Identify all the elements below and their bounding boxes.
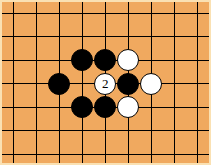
board-point[interactable] <box>48 25 71 49</box>
stone-black[interactable] <box>117 73 139 95</box>
board-point[interactable] <box>186 72 209 96</box>
board-point[interactable] <box>2 2 25 25</box>
board-point[interactable] <box>25 2 48 25</box>
board-point[interactable] <box>71 2 94 25</box>
board-point[interactable] <box>25 119 48 143</box>
stone-black[interactable] <box>71 49 93 71</box>
board-point[interactable] <box>186 119 209 143</box>
board-point[interactable] <box>186 95 209 119</box>
board-point[interactable] <box>186 142 209 163</box>
stone-white-numbered[interactable]: 2 <box>94 73 116 95</box>
board-point[interactable] <box>71 142 94 163</box>
board-point[interactable] <box>48 119 71 143</box>
stone-white[interactable] <box>140 73 162 95</box>
board-point[interactable] <box>140 119 163 143</box>
stone-black[interactable] <box>94 96 116 118</box>
board-point[interactable] <box>163 119 186 143</box>
board-point[interactable] <box>2 25 25 49</box>
board-point[interactable] <box>163 72 186 96</box>
board-point[interactable] <box>140 2 163 25</box>
stone-white[interactable] <box>117 49 139 71</box>
board-point[interactable] <box>117 95 140 119</box>
board-point[interactable] <box>140 95 163 119</box>
board-point[interactable] <box>48 2 71 25</box>
board-point[interactable] <box>186 2 209 25</box>
board-point[interactable] <box>71 48 94 72</box>
board-point[interactable] <box>186 48 209 72</box>
board-point[interactable] <box>94 2 117 25</box>
move-number-label: 2 <box>102 77 109 90</box>
board-point[interactable] <box>25 48 48 72</box>
stone-black[interactable] <box>94 49 116 71</box>
board-point[interactable] <box>186 25 209 49</box>
board-point[interactable] <box>2 48 25 72</box>
go-board: 2 <box>2 2 209 163</box>
board-point[interactable] <box>71 25 94 49</box>
board-point[interactable] <box>117 72 140 96</box>
stone-black[interactable] <box>48 73 70 95</box>
board-point[interactable] <box>140 25 163 49</box>
board-point[interactable] <box>25 72 48 96</box>
board-point[interactable] <box>25 95 48 119</box>
board-point[interactable] <box>25 142 48 163</box>
board-point[interactable] <box>2 72 25 96</box>
board-point[interactable] <box>48 72 71 96</box>
board-points: 2 <box>2 2 209 163</box>
board-point[interactable] <box>163 142 186 163</box>
board-point[interactable] <box>94 95 117 119</box>
board-point[interactable] <box>140 72 163 96</box>
board-point[interactable]: 2 <box>94 72 117 96</box>
board-point[interactable] <box>117 119 140 143</box>
board-point[interactable] <box>94 25 117 49</box>
board-point[interactable] <box>48 142 71 163</box>
board-point[interactable] <box>71 72 94 96</box>
board-point[interactable] <box>140 48 163 72</box>
board-point[interactable] <box>25 25 48 49</box>
board-point[interactable] <box>2 142 25 163</box>
diagram-frame: 2 <box>0 0 211 165</box>
board-point[interactable] <box>94 119 117 143</box>
board-point[interactable] <box>71 95 94 119</box>
board-point[interactable] <box>2 95 25 119</box>
board-point[interactable] <box>71 119 94 143</box>
board-point[interactable] <box>117 2 140 25</box>
board-point[interactable] <box>94 142 117 163</box>
board-point[interactable] <box>140 142 163 163</box>
board-point[interactable] <box>117 142 140 163</box>
stone-white[interactable] <box>117 96 139 118</box>
board-point[interactable] <box>48 95 71 119</box>
stone-black[interactable] <box>71 96 93 118</box>
board-point[interactable] <box>163 2 186 25</box>
board-point[interactable] <box>163 95 186 119</box>
board-point[interactable] <box>117 25 140 49</box>
board-point[interactable] <box>117 48 140 72</box>
board-point[interactable] <box>48 48 71 72</box>
board-point[interactable] <box>163 48 186 72</box>
board-point[interactable] <box>163 25 186 49</box>
board-point[interactable] <box>94 48 117 72</box>
board-point[interactable] <box>2 119 25 143</box>
